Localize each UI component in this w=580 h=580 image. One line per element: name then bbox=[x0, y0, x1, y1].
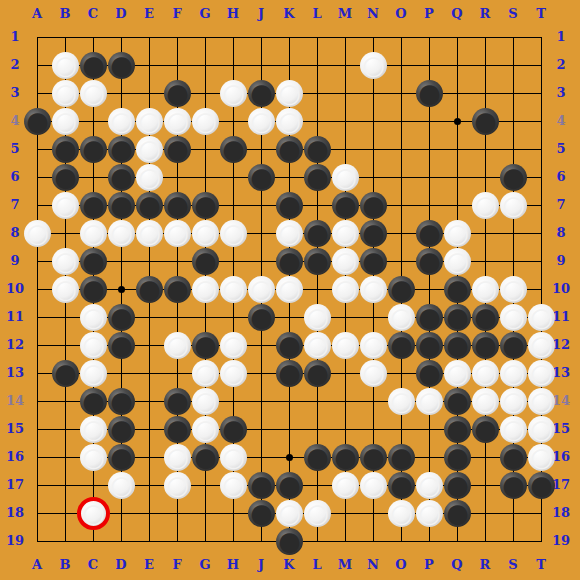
white-stone-S11[interactable]: ○ bbox=[500, 304, 527, 331]
black-stone-N9[interactable]: ● bbox=[360, 248, 387, 275]
black-stone-F10[interactable]: ● bbox=[164, 276, 191, 303]
black-stone-Q16[interactable]: ● bbox=[444, 444, 471, 471]
col-label-bottom-F: F bbox=[165, 558, 189, 572]
row-label-right-10: 10 bbox=[549, 282, 573, 296]
stone-glyph: ○ bbox=[222, 444, 245, 471]
col-label-bottom-H: H bbox=[221, 558, 245, 572]
black-stone-K7[interactable]: ● bbox=[276, 192, 303, 219]
black-stone-G16[interactable]: ● bbox=[192, 444, 219, 471]
white-stone-N17[interactable]: ○ bbox=[360, 472, 387, 499]
black-stone-D5[interactable]: ● bbox=[108, 136, 135, 163]
stone-glyph: ○ bbox=[110, 108, 133, 135]
black-stone-F3[interactable]: ● bbox=[164, 80, 191, 107]
black-stone-D12[interactable]: ● bbox=[108, 332, 135, 359]
black-stone-Q17[interactable]: ● bbox=[444, 472, 471, 499]
black-stone-S16[interactable]: ● bbox=[500, 444, 527, 471]
col-label-bottom-G: G bbox=[193, 558, 217, 572]
col-label-top-N: N bbox=[361, 7, 385, 21]
stone-glyph: ● bbox=[82, 248, 105, 275]
stone-glyph: ● bbox=[418, 332, 441, 359]
black-stone-N7[interactable]: ● bbox=[360, 192, 387, 219]
stone-glyph: ● bbox=[138, 192, 161, 219]
stone-glyph: ● bbox=[194, 192, 217, 219]
white-stone-H17[interactable]: ○ bbox=[220, 472, 247, 499]
white-stone-K4[interactable]: ○ bbox=[276, 108, 303, 135]
col-label-top-Q: Q bbox=[445, 7, 469, 21]
black-stone-F7[interactable]: ● bbox=[164, 192, 191, 219]
black-stone-J17[interactable]: ● bbox=[248, 472, 275, 499]
stone-glyph: ● bbox=[306, 444, 329, 471]
stone-glyph: ● bbox=[278, 360, 301, 387]
row-label-left-13: 13 bbox=[3, 366, 27, 380]
col-label-bottom-L: L bbox=[305, 558, 329, 572]
white-stone-L12[interactable]: ○ bbox=[304, 332, 331, 359]
black-stone-E7[interactable]: ● bbox=[136, 192, 163, 219]
row-label-left-17: 17 bbox=[3, 478, 27, 492]
white-stone-M17[interactable]: ○ bbox=[332, 472, 359, 499]
stone-glyph: ○ bbox=[82, 304, 105, 331]
stone-glyph: ● bbox=[278, 472, 301, 499]
stone-glyph: ● bbox=[418, 304, 441, 331]
stone-glyph: ● bbox=[474, 304, 497, 331]
black-stone-Q12[interactable]: ● bbox=[444, 332, 471, 359]
col-label-bottom-T: T bbox=[529, 558, 553, 572]
col-label-bottom-D: D bbox=[109, 558, 133, 572]
stone-glyph: ○ bbox=[54, 276, 77, 303]
star-point-K16 bbox=[286, 454, 293, 461]
white-stone-G8[interactable]: ○ bbox=[192, 220, 219, 247]
star-point-D10 bbox=[118, 286, 125, 293]
black-stone-O17[interactable]: ● bbox=[388, 472, 415, 499]
black-stone-S12[interactable]: ● bbox=[500, 332, 527, 359]
star-point-Q4 bbox=[454, 118, 461, 125]
stone-glyph: ○ bbox=[278, 80, 301, 107]
row-label-left-19: 19 bbox=[3, 534, 27, 548]
white-stone-N12[interactable]: ○ bbox=[360, 332, 387, 359]
stone-glyph: ○ bbox=[166, 332, 189, 359]
stone-glyph: ○ bbox=[222, 332, 245, 359]
black-stone-D14[interactable]: ● bbox=[108, 388, 135, 415]
black-stone-P11[interactable]: ● bbox=[416, 304, 443, 331]
stone-glyph: ○ bbox=[222, 80, 245, 107]
row-label-left-9: 9 bbox=[3, 254, 27, 268]
black-stone-L5[interactable]: ● bbox=[304, 136, 331, 163]
stone-glyph: ● bbox=[82, 136, 105, 163]
white-stone-S10[interactable]: ○ bbox=[500, 276, 527, 303]
black-stone-S17[interactable]: ● bbox=[500, 472, 527, 499]
black-stone-O12[interactable]: ● bbox=[388, 332, 415, 359]
col-label-top-A: A bbox=[25, 7, 49, 21]
stone-glyph: ○ bbox=[54, 80, 77, 107]
black-stone-F15[interactable]: ● bbox=[164, 416, 191, 443]
black-stone-D7[interactable]: ● bbox=[108, 192, 135, 219]
stone-glyph: ○ bbox=[166, 108, 189, 135]
black-stone-J18[interactable]: ● bbox=[248, 500, 275, 527]
white-stone-B3[interactable]: ○ bbox=[52, 80, 79, 107]
stone-glyph: ○ bbox=[222, 276, 245, 303]
stone-glyph: ○ bbox=[390, 304, 413, 331]
black-stone-A4[interactable]: ● bbox=[24, 108, 51, 135]
white-stone-H12[interactable]: ○ bbox=[220, 332, 247, 359]
stone-glyph: ● bbox=[418, 248, 441, 275]
black-stone-B13[interactable]: ● bbox=[52, 360, 79, 387]
white-stone-O14[interactable]: ○ bbox=[388, 388, 415, 415]
white-stone-S13[interactable]: ○ bbox=[500, 360, 527, 387]
black-stone-L9[interactable]: ● bbox=[304, 248, 331, 275]
black-stone-T17[interactable]: ● bbox=[528, 472, 555, 499]
black-stone-P8[interactable]: ● bbox=[416, 220, 443, 247]
white-stone-F4[interactable]: ○ bbox=[164, 108, 191, 135]
black-stone-K17[interactable]: ● bbox=[276, 472, 303, 499]
white-stone-H8[interactable]: ○ bbox=[220, 220, 247, 247]
black-stone-L13[interactable]: ● bbox=[304, 360, 331, 387]
black-stone-M16[interactable]: ● bbox=[332, 444, 359, 471]
white-stone-F17[interactable]: ○ bbox=[164, 472, 191, 499]
stone-glyph: ● bbox=[390, 276, 413, 303]
stone-glyph: ○ bbox=[362, 332, 385, 359]
black-stone-R11[interactable]: ● bbox=[472, 304, 499, 331]
white-stone-R14[interactable]: ○ bbox=[472, 388, 499, 415]
white-stone-T16[interactable]: ○ bbox=[528, 444, 555, 471]
white-stone-M10[interactable]: ○ bbox=[332, 276, 359, 303]
col-label-bottom-M: M bbox=[333, 558, 357, 572]
black-stone-P13[interactable]: ● bbox=[416, 360, 443, 387]
white-stone-C12[interactable]: ○ bbox=[80, 332, 107, 359]
row-label-left-10: 10 bbox=[3, 282, 27, 296]
stone-glyph: ● bbox=[446, 472, 469, 499]
stone-glyph: ○ bbox=[334, 164, 357, 191]
stone-glyph: ● bbox=[278, 136, 301, 163]
white-stone-C16[interactable]: ○ bbox=[80, 444, 107, 471]
stone-glyph: ● bbox=[250, 500, 273, 527]
white-stone-N2[interactable]: ○ bbox=[360, 52, 387, 79]
stone-glyph: ● bbox=[250, 304, 273, 331]
stone-glyph: ○ bbox=[362, 472, 385, 499]
white-stone-E8[interactable]: ○ bbox=[136, 220, 163, 247]
white-stone-G4[interactable]: ○ bbox=[192, 108, 219, 135]
black-stone-D11[interactable]: ● bbox=[108, 304, 135, 331]
black-stone-D16[interactable]: ● bbox=[108, 444, 135, 471]
stone-glyph: ○ bbox=[54, 248, 77, 275]
white-stone-P17[interactable]: ○ bbox=[416, 472, 443, 499]
stone-glyph: ● bbox=[418, 360, 441, 387]
white-stone-N10[interactable]: ○ bbox=[360, 276, 387, 303]
black-stone-L16[interactable]: ● bbox=[304, 444, 331, 471]
white-stone-B4[interactable]: ○ bbox=[52, 108, 79, 135]
white-stone-O18[interactable]: ○ bbox=[388, 500, 415, 527]
white-stone-C8[interactable]: ○ bbox=[80, 220, 107, 247]
white-stone-G10[interactable]: ○ bbox=[192, 276, 219, 303]
stone-glyph: ○ bbox=[530, 444, 553, 471]
black-stone-N16[interactable]: ● bbox=[360, 444, 387, 471]
white-stone-R7[interactable]: ○ bbox=[472, 192, 499, 219]
stone-glyph: ○ bbox=[82, 416, 105, 443]
row-label-right-19: 19 bbox=[549, 534, 573, 548]
black-stone-L6[interactable]: ● bbox=[304, 164, 331, 191]
row-label-left-11: 11 bbox=[3, 310, 27, 324]
stone-glyph: ● bbox=[166, 276, 189, 303]
black-stone-S6[interactable]: ● bbox=[500, 164, 527, 191]
white-stone-T12[interactable]: ○ bbox=[528, 332, 555, 359]
row-label-left-6: 6 bbox=[3, 170, 27, 184]
stone-glyph: ● bbox=[362, 192, 385, 219]
black-stone-R4[interactable]: ● bbox=[472, 108, 499, 135]
stone-glyph: ○ bbox=[278, 220, 301, 247]
stone-glyph: ● bbox=[446, 416, 469, 443]
stone-glyph: ● bbox=[138, 276, 161, 303]
white-stone-G15[interactable]: ○ bbox=[192, 416, 219, 443]
white-stone-H10[interactable]: ○ bbox=[220, 276, 247, 303]
col-label-bottom-C: C bbox=[81, 558, 105, 572]
stone-glyph: ○ bbox=[306, 332, 329, 359]
stone-glyph: ○ bbox=[54, 192, 77, 219]
black-stone-Q15[interactable]: ● bbox=[444, 416, 471, 443]
white-stone-O11[interactable]: ○ bbox=[388, 304, 415, 331]
white-stone-K10[interactable]: ○ bbox=[276, 276, 303, 303]
stone-glyph: ○ bbox=[474, 276, 497, 303]
white-stone-B10[interactable]: ○ bbox=[52, 276, 79, 303]
white-stone-D17[interactable]: ○ bbox=[108, 472, 135, 499]
stone-glyph: ● bbox=[110, 444, 133, 471]
white-stone-F16[interactable]: ○ bbox=[164, 444, 191, 471]
stone-glyph: ● bbox=[446, 304, 469, 331]
white-stone-K18[interactable]: ○ bbox=[276, 500, 303, 527]
stone-glyph: ● bbox=[278, 248, 301, 275]
black-stone-P12[interactable]: ● bbox=[416, 332, 443, 359]
stone-glyph: ○ bbox=[166, 472, 189, 499]
white-stone-T11[interactable]: ○ bbox=[528, 304, 555, 331]
white-stone-T13[interactable]: ○ bbox=[528, 360, 555, 387]
black-stone-G12[interactable]: ● bbox=[192, 332, 219, 359]
white-stone-L18[interactable]: ○ bbox=[304, 500, 331, 527]
black-stone-G7[interactable]: ● bbox=[192, 192, 219, 219]
black-stone-C7[interactable]: ● bbox=[80, 192, 107, 219]
row-label-right-18: 18 bbox=[549, 506, 573, 520]
stone-glyph: ● bbox=[26, 108, 49, 135]
black-stone-F5[interactable]: ● bbox=[164, 136, 191, 163]
black-stone-J3[interactable]: ● bbox=[248, 80, 275, 107]
white-stone-M8[interactable]: ○ bbox=[332, 220, 359, 247]
black-stone-C5[interactable]: ● bbox=[80, 136, 107, 163]
black-stone-K9[interactable]: ● bbox=[276, 248, 303, 275]
stone-glyph: ○ bbox=[110, 220, 133, 247]
stone-glyph: ● bbox=[166, 416, 189, 443]
white-stone-B9[interactable]: ○ bbox=[52, 248, 79, 275]
white-stone-C13[interactable]: ○ bbox=[80, 360, 107, 387]
white-stone-T15[interactable]: ○ bbox=[528, 416, 555, 443]
stone-glyph: ● bbox=[110, 164, 133, 191]
black-stone-N8[interactable]: ● bbox=[360, 220, 387, 247]
black-stone-Q10[interactable]: ● bbox=[444, 276, 471, 303]
stone-glyph: ○ bbox=[82, 220, 105, 247]
black-stone-J11[interactable]: ● bbox=[248, 304, 275, 331]
col-label-bottom-E: E bbox=[137, 558, 161, 572]
row-label-right-4: 4 bbox=[549, 114, 573, 128]
white-stone-D4[interactable]: ○ bbox=[108, 108, 135, 135]
stone-glyph: ● bbox=[446, 444, 469, 471]
white-stone-L11[interactable]: ○ bbox=[304, 304, 331, 331]
white-stone-M12[interactable]: ○ bbox=[332, 332, 359, 359]
stone-glyph: ● bbox=[110, 136, 133, 163]
white-stone-C15[interactable]: ○ bbox=[80, 416, 107, 443]
stone-glyph: ○ bbox=[390, 388, 413, 415]
stone-glyph: ○ bbox=[334, 472, 357, 499]
white-stone-S14[interactable]: ○ bbox=[500, 388, 527, 415]
black-stone-F14[interactable]: ● bbox=[164, 388, 191, 415]
stone-glyph: ● bbox=[54, 164, 77, 191]
white-stone-C11[interactable]: ○ bbox=[80, 304, 107, 331]
white-stone-G13[interactable]: ○ bbox=[192, 360, 219, 387]
col-label-top-M: M bbox=[333, 7, 357, 21]
col-label-top-B: B bbox=[53, 7, 77, 21]
stone-glyph: ○ bbox=[82, 360, 105, 387]
white-stone-H16[interactable]: ○ bbox=[220, 444, 247, 471]
stone-glyph: ○ bbox=[334, 220, 357, 247]
stone-glyph: ○ bbox=[362, 276, 385, 303]
stone-glyph: ○ bbox=[194, 108, 217, 135]
black-stone-C2[interactable]: ● bbox=[80, 52, 107, 79]
stone-glyph: ○ bbox=[194, 276, 217, 303]
row-label-left-2: 2 bbox=[3, 58, 27, 72]
white-stone-D8[interactable]: ○ bbox=[108, 220, 135, 247]
black-stone-O10[interactable]: ● bbox=[388, 276, 415, 303]
stone-glyph: ○ bbox=[82, 444, 105, 471]
white-stone-Q13[interactable]: ○ bbox=[444, 360, 471, 387]
col-label-top-O: O bbox=[389, 7, 413, 21]
col-label-bottom-J: J bbox=[249, 558, 273, 572]
black-stone-D2[interactable]: ● bbox=[108, 52, 135, 79]
black-stone-K13[interactable]: ● bbox=[276, 360, 303, 387]
stone-glyph: ○ bbox=[418, 500, 441, 527]
white-stone-Q9[interactable]: ○ bbox=[444, 248, 471, 275]
stone-glyph: ○ bbox=[530, 304, 553, 331]
stone-glyph: ● bbox=[474, 332, 497, 359]
black-stone-D15[interactable]: ● bbox=[108, 416, 135, 443]
black-stone-K19[interactable]: ● bbox=[276, 528, 303, 555]
black-stone-P3[interactable]: ● bbox=[416, 80, 443, 107]
col-label-top-E: E bbox=[137, 7, 161, 21]
row-label-left-14: 14 bbox=[3, 394, 27, 408]
black-stone-L8[interactable]: ● bbox=[304, 220, 331, 247]
stone-glyph: ○ bbox=[138, 164, 161, 191]
stone-glyph: ● bbox=[306, 360, 329, 387]
black-stone-B5[interactable]: ● bbox=[52, 136, 79, 163]
black-stone-O16[interactable]: ● bbox=[388, 444, 415, 471]
black-stone-H15[interactable]: ● bbox=[220, 416, 247, 443]
stone-glyph: ● bbox=[82, 52, 105, 79]
white-stone-S15[interactable]: ○ bbox=[500, 416, 527, 443]
white-stone-E6[interactable]: ○ bbox=[136, 164, 163, 191]
white-stone-Q8[interactable]: ○ bbox=[444, 220, 471, 247]
black-stone-R15[interactable]: ● bbox=[472, 416, 499, 443]
stone-glyph: ● bbox=[250, 80, 273, 107]
black-stone-P9[interactable]: ● bbox=[416, 248, 443, 275]
stone-glyph: ○ bbox=[222, 472, 245, 499]
white-stone-C3[interactable]: ○ bbox=[80, 80, 107, 107]
black-stone-Q14[interactable]: ● bbox=[444, 388, 471, 415]
white-stone-R13[interactable]: ○ bbox=[472, 360, 499, 387]
black-stone-H5[interactable]: ● bbox=[220, 136, 247, 163]
stone-glyph: ○ bbox=[390, 500, 413, 527]
stone-glyph: ○ bbox=[474, 192, 497, 219]
black-stone-Q18[interactable]: ● bbox=[444, 500, 471, 527]
stone-glyph: ○ bbox=[530, 388, 553, 415]
black-stone-Q11[interactable]: ● bbox=[444, 304, 471, 331]
stone-glyph: ○ bbox=[502, 388, 525, 415]
black-stone-K5[interactable]: ● bbox=[276, 136, 303, 163]
stone-glyph: ○ bbox=[222, 220, 245, 247]
stone-glyph: ○ bbox=[54, 52, 77, 79]
black-stone-B6[interactable]: ● bbox=[52, 164, 79, 191]
white-stone-R10[interactable]: ○ bbox=[472, 276, 499, 303]
black-stone-G9[interactable]: ● bbox=[192, 248, 219, 275]
white-stone-G14[interactable]: ○ bbox=[192, 388, 219, 415]
stone-glyph: ● bbox=[446, 500, 469, 527]
white-stone-E5[interactable]: ○ bbox=[136, 136, 163, 163]
white-stone-P18[interactable]: ○ bbox=[416, 500, 443, 527]
row-label-right-9: 9 bbox=[549, 254, 573, 268]
white-stone-S7[interactable]: ○ bbox=[500, 192, 527, 219]
black-stone-E10[interactable]: ● bbox=[136, 276, 163, 303]
stone-glyph: ● bbox=[278, 528, 301, 555]
white-stone-M6[interactable]: ○ bbox=[332, 164, 359, 191]
white-stone-J10[interactable]: ○ bbox=[248, 276, 275, 303]
stone-glyph: ○ bbox=[446, 360, 469, 387]
white-stone-H3[interactable]: ○ bbox=[220, 80, 247, 107]
col-label-top-H: H bbox=[221, 7, 245, 21]
stone-glyph: ● bbox=[250, 472, 273, 499]
col-label-top-P: P bbox=[417, 7, 441, 21]
white-stone-F8[interactable]: ○ bbox=[164, 220, 191, 247]
stone-glyph: ○ bbox=[250, 108, 273, 135]
black-stone-C14[interactable]: ● bbox=[80, 388, 107, 415]
black-stone-J6[interactable]: ● bbox=[248, 164, 275, 191]
stone-glyph: ○ bbox=[194, 416, 217, 443]
row-label-left-12: 12 bbox=[3, 338, 27, 352]
black-stone-R12[interactable]: ● bbox=[472, 332, 499, 359]
white-stone-B7[interactable]: ○ bbox=[52, 192, 79, 219]
black-stone-C10[interactable]: ● bbox=[80, 276, 107, 303]
go-board[interactable]: AABBCCDDEEFFGGHHJJKKLLMMNNOOPPQQRRSSTT11… bbox=[0, 0, 580, 580]
stone-glyph: ● bbox=[82, 388, 105, 415]
white-stone-A8[interactable]: ○ bbox=[24, 220, 51, 247]
stone-glyph: ○ bbox=[446, 248, 469, 275]
white-stone-K8[interactable]: ○ bbox=[276, 220, 303, 247]
white-stone-E4[interactable]: ○ bbox=[136, 108, 163, 135]
row-label-left-18: 18 bbox=[3, 506, 27, 520]
white-stone-H13[interactable]: ○ bbox=[220, 360, 247, 387]
black-stone-K12[interactable]: ● bbox=[276, 332, 303, 359]
white-stone-F12[interactable]: ○ bbox=[164, 332, 191, 359]
stone-glyph: ● bbox=[110, 52, 133, 79]
white-stone-J4[interactable]: ○ bbox=[248, 108, 275, 135]
stone-glyph: ● bbox=[54, 136, 77, 163]
black-stone-C9[interactable]: ● bbox=[80, 248, 107, 275]
white-stone-B2[interactable]: ○ bbox=[52, 52, 79, 79]
col-label-bottom-S: S bbox=[501, 558, 525, 572]
col-label-top-L: L bbox=[305, 7, 329, 21]
stone-glyph: ○ bbox=[138, 108, 161, 135]
white-stone-P14[interactable]: ○ bbox=[416, 388, 443, 415]
row-label-left-15: 15 bbox=[3, 422, 27, 436]
white-stone-K3[interactable]: ○ bbox=[276, 80, 303, 107]
white-stone-M9[interactable]: ○ bbox=[332, 248, 359, 275]
white-stone-N13[interactable]: ○ bbox=[360, 360, 387, 387]
black-stone-D6[interactable]: ● bbox=[108, 164, 135, 191]
stone-glyph: ○ bbox=[54, 108, 77, 135]
black-stone-M7[interactable]: ● bbox=[332, 192, 359, 219]
white-stone-T14[interactable]: ○ bbox=[528, 388, 555, 415]
